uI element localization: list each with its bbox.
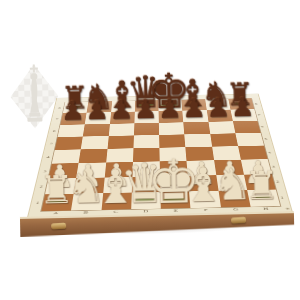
square-d6 — [134, 123, 159, 136]
square-e6 — [159, 122, 185, 135]
brass-clasp-right-icon — [231, 217, 246, 223]
brass-clasp-left-icon — [51, 223, 66, 229]
felt-base — [163, 197, 185, 200]
square-c5 — [107, 135, 134, 148]
file-label-g: G — [220, 206, 251, 212]
file-label-e: E — [161, 207, 191, 213]
square-a5 — [55, 136, 83, 150]
felt-base — [117, 116, 127, 119]
square-g4 — [212, 146, 241, 160]
square-e3 — [160, 161, 188, 176]
pieces-layer: ♜♞♝♛♚♝♞♜♟♟♟♟♟♟♟♟♟♟♟♟♟♟♟♟♜♞♝♛♚♝♞♜ — [0, 0, 296, 3]
square-f4 — [186, 147, 214, 161]
file-label-d: D — [131, 208, 161, 214]
square-f3 — [187, 160, 216, 175]
product-photo-chess-set: ABCDEFGH 87654321 87654321 ✳ ♜♞♝♛♚♝♞♜♟♟♟… — [0, 0, 300, 300]
felt-base — [68, 117, 78, 120]
square-g6 — [208, 121, 235, 134]
square-c3 — [104, 162, 132, 177]
maker-mark-icon: ✳ — [284, 207, 290, 211]
square-a4 — [52, 149, 81, 163]
felt-base — [165, 115, 175, 118]
felt-base — [78, 199, 94, 202]
square-b6 — [83, 124, 110, 137]
rank-label-right-8: 8 — [251, 98, 262, 109]
felt-base — [189, 114, 199, 117]
felt-base — [238, 113, 248, 116]
square-b4 — [79, 149, 107, 163]
felt-base — [92, 116, 102, 119]
square-g5 — [210, 133, 238, 146]
square-a3 — [49, 163, 79, 178]
square-c4 — [106, 148, 134, 162]
square-e4 — [159, 147, 186, 161]
rank-label-right-7: 7 — [253, 109, 264, 121]
felt-base — [195, 197, 212, 200]
felt-base — [225, 196, 241, 199]
file-label-f: F — [191, 207, 222, 213]
square-d5 — [133, 135, 159, 148]
felt-base — [141, 115, 151, 118]
square-d4 — [133, 148, 160, 162]
square-b5 — [81, 136, 108, 149]
file-label-b: B — [70, 209, 101, 215]
square-d3 — [132, 161, 160, 176]
felt-base — [214, 114, 224, 117]
square-e5 — [159, 134, 185, 147]
felt-base — [50, 200, 64, 203]
square-g3 — [214, 160, 244, 175]
rank-label-right-6: 6 — [256, 120, 268, 132]
square-f5 — [184, 134, 211, 147]
square-c6 — [108, 123, 134, 136]
chess-board-frame: ABCDEFGH 87654321 87654321 ✳ — [27, 94, 293, 218]
felt-base — [135, 198, 155, 201]
file-label-c: C — [101, 209, 131, 215]
felt-base — [255, 196, 269, 199]
square-f6 — [183, 122, 209, 135]
square-b3 — [76, 163, 105, 178]
square-a6 — [58, 124, 85, 137]
file-label-a: A — [40, 210, 71, 216]
felt-base — [107, 199, 124, 202]
file-label-h: H — [250, 206, 281, 212]
scene: ABCDEFGH 87654321 87654321 ✳ ♜♞♝♛♚♝♞♜♟♟♟… — [0, 0, 300, 300]
